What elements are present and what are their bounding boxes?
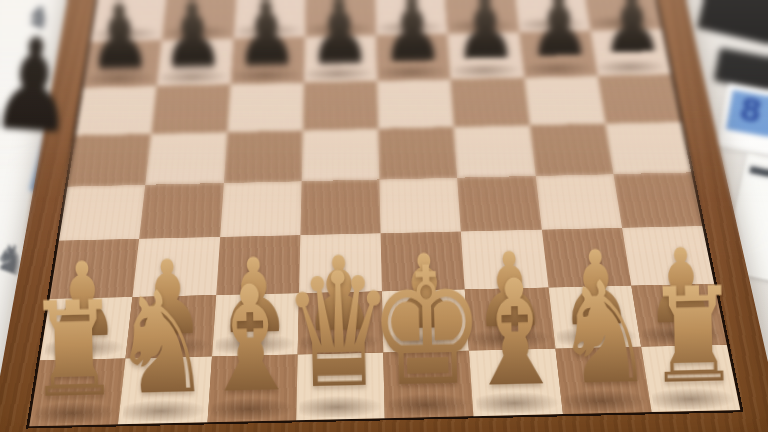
square-g4 bbox=[535, 174, 622, 230]
square-a4 bbox=[59, 185, 146, 241]
square-b7: ♟ bbox=[157, 39, 234, 86]
chess-board: ♜♞♝♛♚♝♞♜♟♟♟♟♟♟♟♟♟♟♟♟♟♟♟♟♜♞♝♛♚♝♞♜ bbox=[0, 0, 768, 432]
square-e7: ♟ bbox=[376, 34, 450, 81]
board-grid: ♜♞♝♛♚♝♞♜♟♟♟♟♟♟♟♟♟♟♟♟♟♟♟♟♜♞♝♛♚♝♞♜ bbox=[26, 0, 744, 429]
square-g1: ♞ bbox=[555, 347, 651, 415]
piece-black-pawn-d7: ♟ bbox=[307, 0, 372, 76]
piece-black-pawn-e7: ♟ bbox=[380, 0, 445, 75]
square-g6 bbox=[524, 76, 605, 125]
black-piece-off-board: ♟ bbox=[0, 19, 79, 152]
piece-white-rook-a1: ♜ bbox=[25, 284, 121, 417]
square-c4 bbox=[220, 181, 302, 237]
square-b1: ♞ bbox=[118, 356, 211, 424]
square-f6 bbox=[451, 77, 530, 126]
square-a7: ♟ bbox=[83, 40, 162, 87]
piece-white-rook-h1: ♜ bbox=[645, 270, 741, 403]
square-e1: ♚ bbox=[383, 350, 473, 418]
square-a5 bbox=[68, 134, 152, 187]
square-h5 bbox=[605, 122, 691, 174]
square-d5 bbox=[301, 129, 379, 182]
piece-black-pawn-a7: ♟ bbox=[88, 0, 153, 81]
square-h6 bbox=[597, 74, 680, 123]
square-d7: ♟ bbox=[304, 36, 377, 83]
square-g5 bbox=[529, 124, 613, 176]
square-d6 bbox=[303, 81, 379, 131]
square-e4 bbox=[379, 178, 461, 234]
square-f1: ♝ bbox=[469, 349, 562, 417]
chessboard-photo-scene: ♞ ♞ ♟ 8 ♜♞♝♛♚♝♞♜♟♟♟♟♟♟♟♟♟♟♟♟♟♟♟♟♜♞♝♛♚♝♞♜ bbox=[0, 0, 768, 432]
square-d4 bbox=[300, 179, 380, 235]
square-b6 bbox=[151, 84, 230, 134]
square-h1: ♜ bbox=[641, 345, 740, 412]
square-f7: ♟ bbox=[447, 32, 524, 79]
piece-black-pawn-b7: ♟ bbox=[161, 0, 226, 80]
square-c7: ♟ bbox=[230, 37, 304, 84]
square-c5 bbox=[223, 130, 302, 183]
square-b5 bbox=[145, 132, 226, 185]
piece-black-pawn-h7: ♟ bbox=[600, 0, 665, 70]
square-e6 bbox=[377, 79, 454, 129]
piece-black-pawn-c7: ♟ bbox=[234, 0, 299, 78]
square-c6 bbox=[227, 82, 304, 132]
square-g7: ♟ bbox=[519, 31, 598, 78]
square-b4 bbox=[139, 183, 223, 239]
board-frame: ♜♞♝♛♚♝♞♜♟♟♟♟♟♟♟♟♟♟♟♟♟♟♟♟♜♞♝♛♚♝♞♜ bbox=[0, 0, 768, 432]
square-e5 bbox=[378, 127, 457, 180]
board-tilt-wrapper: ♜♞♝♛♚♝♞♜♟♟♟♟♟♟♟♟♟♟♟♟♟♟♟♟♜♞♝♛♚♝♞♜ bbox=[0, 0, 768, 432]
square-h7: ♟ bbox=[590, 29, 671, 76]
square-f4 bbox=[457, 176, 541, 232]
square-h4 bbox=[613, 172, 702, 228]
piece-black-pawn-f7: ♟ bbox=[453, 0, 518, 73]
piece-black-pawn-g7: ♟ bbox=[527, 0, 592, 71]
piece-white-knight-g1: ♞ bbox=[552, 262, 655, 405]
square-f5 bbox=[454, 125, 535, 177]
square-a6 bbox=[76, 86, 157, 136]
